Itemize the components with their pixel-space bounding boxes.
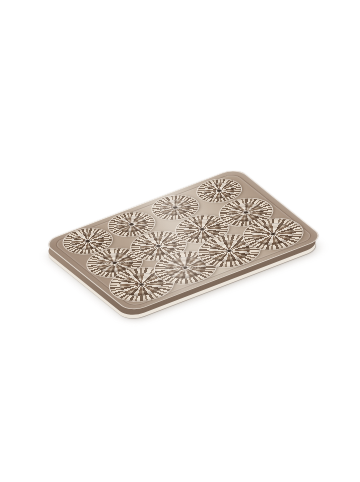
product-photo-canvas <box>0 0 360 482</box>
pan-top-surface <box>42 167 325 313</box>
